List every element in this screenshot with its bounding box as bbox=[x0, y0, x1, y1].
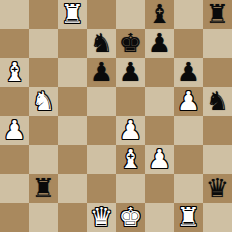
square-e2[interactable] bbox=[116, 174, 145, 203]
square-c7[interactable] bbox=[58, 29, 87, 58]
square-g5[interactable]: ♟ bbox=[174, 87, 203, 116]
square-b5[interactable]: ♞ bbox=[29, 87, 58, 116]
square-b7[interactable] bbox=[29, 29, 58, 58]
square-d7[interactable]: ♞ bbox=[87, 29, 116, 58]
square-h2[interactable]: ♛ bbox=[203, 174, 232, 203]
square-g2[interactable] bbox=[174, 174, 203, 203]
square-c2[interactable] bbox=[58, 174, 87, 203]
square-e4[interactable]: ♟ bbox=[116, 116, 145, 145]
square-f2[interactable] bbox=[145, 174, 174, 203]
square-e1[interactable]: ♚ bbox=[116, 203, 145, 232]
piece-white-pawn[interactable]: ♟ bbox=[119, 116, 142, 145]
square-h7[interactable] bbox=[203, 29, 232, 58]
square-b6[interactable] bbox=[29, 58, 58, 87]
square-g6[interactable]: ♟ bbox=[174, 58, 203, 87]
square-b2[interactable]: ♜ bbox=[29, 174, 58, 203]
piece-black-rook[interactable]: ♜ bbox=[206, 0, 229, 29]
square-c8[interactable]: ♜ bbox=[58, 0, 87, 29]
square-b3[interactable] bbox=[29, 145, 58, 174]
square-g3[interactable] bbox=[174, 145, 203, 174]
square-d1[interactable]: ♛ bbox=[87, 203, 116, 232]
piece-black-pawn[interactable]: ♟ bbox=[148, 29, 171, 58]
square-b8[interactable] bbox=[29, 0, 58, 29]
square-e6[interactable]: ♟ bbox=[116, 58, 145, 87]
square-h6[interactable] bbox=[203, 58, 232, 87]
square-e8[interactable] bbox=[116, 0, 145, 29]
square-a8[interactable] bbox=[0, 0, 29, 29]
piece-black-knight[interactable]: ♞ bbox=[90, 29, 113, 58]
square-e3[interactable]: ♝ bbox=[116, 145, 145, 174]
square-h3[interactable] bbox=[203, 145, 232, 174]
square-g4[interactable] bbox=[174, 116, 203, 145]
square-f4[interactable] bbox=[145, 116, 174, 145]
square-c5[interactable] bbox=[58, 87, 87, 116]
square-e7[interactable]: ♚ bbox=[116, 29, 145, 58]
square-f5[interactable] bbox=[145, 87, 174, 116]
piece-black-pawn[interactable]: ♟ bbox=[177, 58, 200, 87]
square-h5[interactable]: ♞ bbox=[203, 87, 232, 116]
square-f1[interactable] bbox=[145, 203, 174, 232]
piece-black-bishop[interactable]: ♝ bbox=[148, 0, 171, 29]
square-e5[interactable] bbox=[116, 87, 145, 116]
square-d3[interactable] bbox=[87, 145, 116, 174]
piece-white-bishop[interactable]: ♝ bbox=[3, 58, 26, 87]
piece-white-pawn[interactable]: ♟ bbox=[3, 116, 26, 145]
square-d4[interactable] bbox=[87, 116, 116, 145]
square-g1[interactable]: ♜ bbox=[174, 203, 203, 232]
square-b1[interactable] bbox=[29, 203, 58, 232]
piece-black-queen[interactable]: ♛ bbox=[206, 174, 229, 203]
square-a7[interactable] bbox=[0, 29, 29, 58]
square-d2[interactable] bbox=[87, 174, 116, 203]
piece-black-rook[interactable]: ♜ bbox=[32, 174, 55, 203]
square-c3[interactable] bbox=[58, 145, 87, 174]
square-f7[interactable]: ♟ bbox=[145, 29, 174, 58]
square-c4[interactable] bbox=[58, 116, 87, 145]
square-f3[interactable]: ♟ bbox=[145, 145, 174, 174]
square-h1[interactable] bbox=[203, 203, 232, 232]
piece-white-pawn[interactable]: ♟ bbox=[148, 145, 171, 174]
piece-white-bishop[interactable]: ♝ bbox=[119, 145, 142, 174]
square-d5[interactable] bbox=[87, 87, 116, 116]
square-g8[interactable] bbox=[174, 0, 203, 29]
square-b4[interactable] bbox=[29, 116, 58, 145]
square-d6[interactable]: ♟ bbox=[87, 58, 116, 87]
piece-black-pawn[interactable]: ♟ bbox=[119, 58, 142, 87]
square-h8[interactable]: ♜ bbox=[203, 0, 232, 29]
piece-white-king[interactable]: ♚ bbox=[119, 203, 142, 232]
square-a2[interactable] bbox=[0, 174, 29, 203]
square-a1[interactable] bbox=[0, 203, 29, 232]
square-a3[interactable] bbox=[0, 145, 29, 174]
piece-white-knight[interactable]: ♞ bbox=[32, 87, 55, 116]
square-c6[interactable] bbox=[58, 58, 87, 87]
square-f8[interactable]: ♝ bbox=[145, 0, 174, 29]
piece-white-queen[interactable]: ♛ bbox=[90, 203, 113, 232]
square-c1[interactable] bbox=[58, 203, 87, 232]
piece-white-rook[interactable]: ♜ bbox=[177, 203, 200, 232]
square-a5[interactable] bbox=[0, 87, 29, 116]
square-h4[interactable] bbox=[203, 116, 232, 145]
piece-white-rook[interactable]: ♜ bbox=[61, 0, 84, 29]
piece-black-king[interactable]: ♚ bbox=[119, 29, 142, 58]
piece-black-knight[interactable]: ♞ bbox=[206, 87, 229, 116]
piece-black-pawn[interactable]: ♟ bbox=[90, 58, 113, 87]
square-g7[interactable] bbox=[174, 29, 203, 58]
chess-board: ♜♝♜♞♚♟♝♟♟♟♞♟♞♟♟♝♟♜♛♛♚♜ bbox=[0, 0, 232, 232]
piece-white-pawn[interactable]: ♟ bbox=[177, 87, 200, 116]
square-a4[interactable]: ♟ bbox=[0, 116, 29, 145]
square-f6[interactable] bbox=[145, 58, 174, 87]
square-a6[interactable]: ♝ bbox=[0, 58, 29, 87]
square-d8[interactable] bbox=[87, 0, 116, 29]
